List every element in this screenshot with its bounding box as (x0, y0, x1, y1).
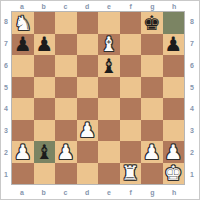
square-b6[interactable] (34, 55, 56, 77)
rank-label-left-4: 4 (1, 98, 11, 120)
square-g2[interactable]: ♟ (141, 141, 163, 163)
file-label-top-d: d (76, 1, 98, 11)
file-label-top-g: g (142, 1, 164, 11)
square-a4[interactable] (12, 98, 34, 120)
square-a5[interactable] (12, 77, 34, 99)
square-c7[interactable] (55, 34, 77, 56)
file-label-bottom-a: a (11, 187, 33, 197)
square-a1[interactable] (12, 163, 34, 185)
rank-label-left-3: 3 (1, 120, 11, 142)
white-knight[interactable]: ♞ (14, 13, 32, 33)
square-b5[interactable] (34, 77, 56, 99)
square-a6[interactable] (12, 55, 34, 77)
file-label-bottom-c: c (55, 187, 77, 197)
square-g3[interactable] (141, 120, 163, 142)
white-bishop[interactable]: ♝ (100, 34, 118, 54)
file-label-bottom-f: f (120, 187, 142, 197)
rank-label-left-7: 7 (1, 33, 11, 55)
rank-labels-right: 87654321 (187, 11, 197, 185)
chessboard-widget: abcdefgh 87654321 ♞♚♟♟♝♟♝♟♟♝♟♟♟♜♚ 876543… (0, 0, 200, 200)
file-label-bottom-b: b (33, 187, 55, 197)
square-h1[interactable]: ♚ (163, 163, 185, 185)
rank-label-right-3: 3 (187, 120, 197, 142)
square-e5[interactable] (98, 77, 120, 99)
rank-label-right-7: 7 (187, 33, 197, 55)
file-label-bottom-d: d (76, 187, 98, 197)
square-f4[interactable] (120, 98, 142, 120)
square-g7[interactable] (141, 34, 163, 56)
square-a3[interactable] (12, 120, 34, 142)
file-label-bottom-g: g (142, 187, 164, 197)
square-b2[interactable]: ♝ (34, 141, 56, 163)
square-c8[interactable] (55, 12, 77, 34)
square-g8[interactable]: ♚ (141, 12, 163, 34)
file-label-bottom-e: e (98, 187, 120, 197)
square-h8[interactable] (163, 12, 185, 34)
white-pawn[interactable]: ♟ (57, 142, 75, 162)
square-c5[interactable] (55, 77, 77, 99)
square-g5[interactable] (141, 77, 163, 99)
rank-label-right-1: 1 (187, 163, 197, 185)
square-h2[interactable]: ♟ (163, 141, 185, 163)
file-label-top-c: c (55, 1, 77, 11)
square-f7[interactable] (120, 34, 142, 56)
square-h6[interactable] (163, 55, 185, 77)
file-label-top-a: a (11, 1, 33, 11)
rank-label-left-1: 1 (1, 163, 11, 185)
square-e3[interactable] (98, 120, 120, 142)
black-bishop[interactable]: ♝ (35, 142, 53, 162)
square-a7[interactable]: ♟ (12, 34, 34, 56)
white-king[interactable]: ♚ (164, 163, 182, 183)
square-g6[interactable] (141, 55, 163, 77)
black-bishop[interactable]: ♝ (100, 56, 118, 76)
rank-label-left-5: 5 (1, 76, 11, 98)
file-label-top-f: f (120, 1, 142, 11)
rank-label-right-2: 2 (187, 142, 197, 164)
square-f8[interactable] (120, 12, 142, 34)
rank-label-left-8: 8 (1, 11, 11, 33)
square-c4[interactable] (55, 98, 77, 120)
black-pawn[interactable]: ♟ (35, 34, 53, 54)
file-labels-bottom: abcdefgh (11, 187, 185, 197)
black-king[interactable]: ♚ (143, 13, 161, 33)
square-g1[interactable] (141, 163, 163, 185)
square-b7[interactable]: ♟ (34, 34, 56, 56)
square-h3[interactable] (163, 120, 185, 142)
square-c3[interactable] (55, 120, 77, 142)
square-f2[interactable] (120, 141, 142, 163)
square-b8[interactable] (34, 12, 56, 34)
square-e2[interactable] (98, 141, 120, 163)
white-pawn[interactable]: ♟ (143, 142, 161, 162)
black-pawn[interactable]: ♟ (14, 34, 32, 54)
rank-label-right-8: 8 (187, 11, 197, 33)
square-d4[interactable] (77, 98, 99, 120)
square-d1[interactable] (77, 163, 99, 185)
square-f3[interactable] (120, 120, 142, 142)
file-label-top-h: h (163, 1, 185, 11)
square-h7[interactable]: ♟ (163, 34, 185, 56)
white-pawn[interactable]: ♟ (164, 142, 182, 162)
square-h5[interactable] (163, 77, 185, 99)
square-a8[interactable]: ♞ (12, 12, 34, 34)
square-b3[interactable] (34, 120, 56, 142)
white-pawn[interactable]: ♟ (14, 142, 32, 162)
square-e6[interactable]: ♝ (98, 55, 120, 77)
square-c1[interactable] (55, 163, 77, 185)
rank-label-right-6: 6 (187, 55, 197, 77)
square-d2[interactable] (77, 141, 99, 163)
square-h4[interactable] (163, 98, 185, 120)
square-e8[interactable] (98, 12, 120, 34)
square-f1[interactable]: ♜ (120, 163, 142, 185)
square-c6[interactable] (55, 55, 77, 77)
rank-label-left-2: 2 (1, 142, 11, 164)
square-g4[interactable] (141, 98, 163, 120)
rank-label-right-5: 5 (187, 76, 197, 98)
square-a2[interactable]: ♟ (12, 141, 34, 163)
white-rook[interactable]: ♜ (121, 163, 139, 183)
square-f6[interactable] (120, 55, 142, 77)
square-b4[interactable] (34, 98, 56, 120)
rank-label-right-4: 4 (187, 98, 197, 120)
square-d3[interactable]: ♟ (77, 120, 99, 142)
square-d8[interactable] (77, 12, 99, 34)
file-label-bottom-h: h (163, 187, 185, 197)
square-e4[interactable] (98, 98, 120, 120)
square-f5[interactable] (120, 77, 142, 99)
file-label-top-e: e (98, 1, 120, 11)
chess-board: ♞♚♟♟♝♟♝♟♟♝♟♟♟♜♚ (11, 11, 185, 185)
rank-labels-left: 87654321 (1, 11, 11, 185)
black-pawn[interactable]: ♟ (164, 34, 182, 54)
square-d6[interactable] (77, 55, 99, 77)
square-c2[interactable]: ♟ (55, 141, 77, 163)
square-e7[interactable]: ♝ (98, 34, 120, 56)
square-e1[interactable] (98, 163, 120, 185)
file-labels-top: abcdefgh (11, 1, 185, 11)
white-pawn[interactable]: ♟ (78, 120, 96, 140)
square-d5[interactable] (77, 77, 99, 99)
file-label-top-b: b (33, 1, 55, 11)
square-b1[interactable] (34, 163, 56, 185)
rank-label-left-6: 6 (1, 55, 11, 77)
square-d7[interactable] (77, 34, 99, 56)
